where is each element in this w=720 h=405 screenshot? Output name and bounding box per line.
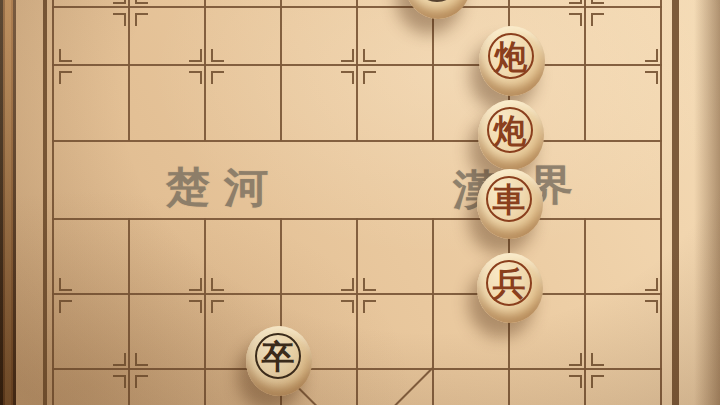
grid-line <box>584 0 586 141</box>
table-frame-left <box>0 0 16 405</box>
piece-glyph: 炮 <box>488 33 534 79</box>
position-marker <box>211 300 224 313</box>
grid-line <box>356 218 358 405</box>
piece-glyph: 炮 <box>487 107 533 153</box>
position-marker <box>341 300 354 313</box>
position-marker <box>211 49 224 62</box>
position-marker <box>569 0 582 4</box>
position-marker <box>59 71 72 84</box>
grid-line <box>128 218 130 405</box>
grid-line <box>204 218 206 405</box>
position-marker <box>341 49 354 62</box>
position-marker <box>363 278 376 291</box>
position-marker <box>59 278 72 291</box>
xiangqi-board: 楚河漢界 炮炮車兵卒 <box>0 0 720 405</box>
grid-line <box>204 0 206 141</box>
position-marker <box>363 300 376 313</box>
grid-line <box>280 0 282 141</box>
position-marker <box>189 278 202 291</box>
position-marker <box>113 13 126 26</box>
piece-glyph: 車 <box>486 176 532 222</box>
position-marker <box>569 375 582 388</box>
position-marker <box>569 353 582 366</box>
position-marker <box>341 71 354 84</box>
river-character: 河 <box>224 161 268 216</box>
position-marker <box>189 300 202 313</box>
position-marker <box>135 0 148 4</box>
position-marker <box>113 375 126 388</box>
piece-glyph: 卒 <box>255 333 301 379</box>
position-marker <box>189 49 202 62</box>
grid-line <box>52 0 54 405</box>
position-marker <box>135 13 148 26</box>
position-marker <box>645 300 658 313</box>
position-marker <box>59 49 72 62</box>
position-marker <box>113 0 126 4</box>
grid-line <box>584 218 586 405</box>
position-marker <box>135 353 148 366</box>
position-marker <box>591 375 604 388</box>
position-marker <box>189 71 202 84</box>
position-marker <box>645 71 658 84</box>
board-edge-shadow-right <box>694 0 720 405</box>
grid-line <box>356 0 358 141</box>
river-character: 楚 <box>166 160 210 215</box>
position-marker <box>363 71 376 84</box>
position-marker <box>645 278 658 291</box>
piece-炮-red[interactable]: 炮 <box>479 26 545 96</box>
grid-line <box>128 0 130 141</box>
position-marker <box>569 13 582 26</box>
position-marker <box>645 49 658 62</box>
grid-line <box>432 0 434 141</box>
piece-車-red[interactable]: 車 <box>477 169 543 239</box>
position-marker <box>363 49 376 62</box>
position-marker <box>211 71 224 84</box>
piece-兵-red[interactable]: 兵 <box>477 253 543 323</box>
position-marker <box>591 0 604 4</box>
position-marker <box>113 353 126 366</box>
piece-glyph: 兵 <box>486 260 532 306</box>
grid-line <box>432 218 434 405</box>
position-marker <box>591 353 604 366</box>
position-marker <box>59 300 72 313</box>
position-marker <box>341 278 354 291</box>
piece-卒-black[interactable]: 卒 <box>246 326 312 396</box>
position-marker <box>211 278 224 291</box>
grid-line <box>660 0 662 405</box>
piece-glyph <box>414 0 460 2</box>
piece-炮-red[interactable]: 炮 <box>478 100 544 170</box>
position-marker <box>591 13 604 26</box>
position-marker <box>135 375 148 388</box>
